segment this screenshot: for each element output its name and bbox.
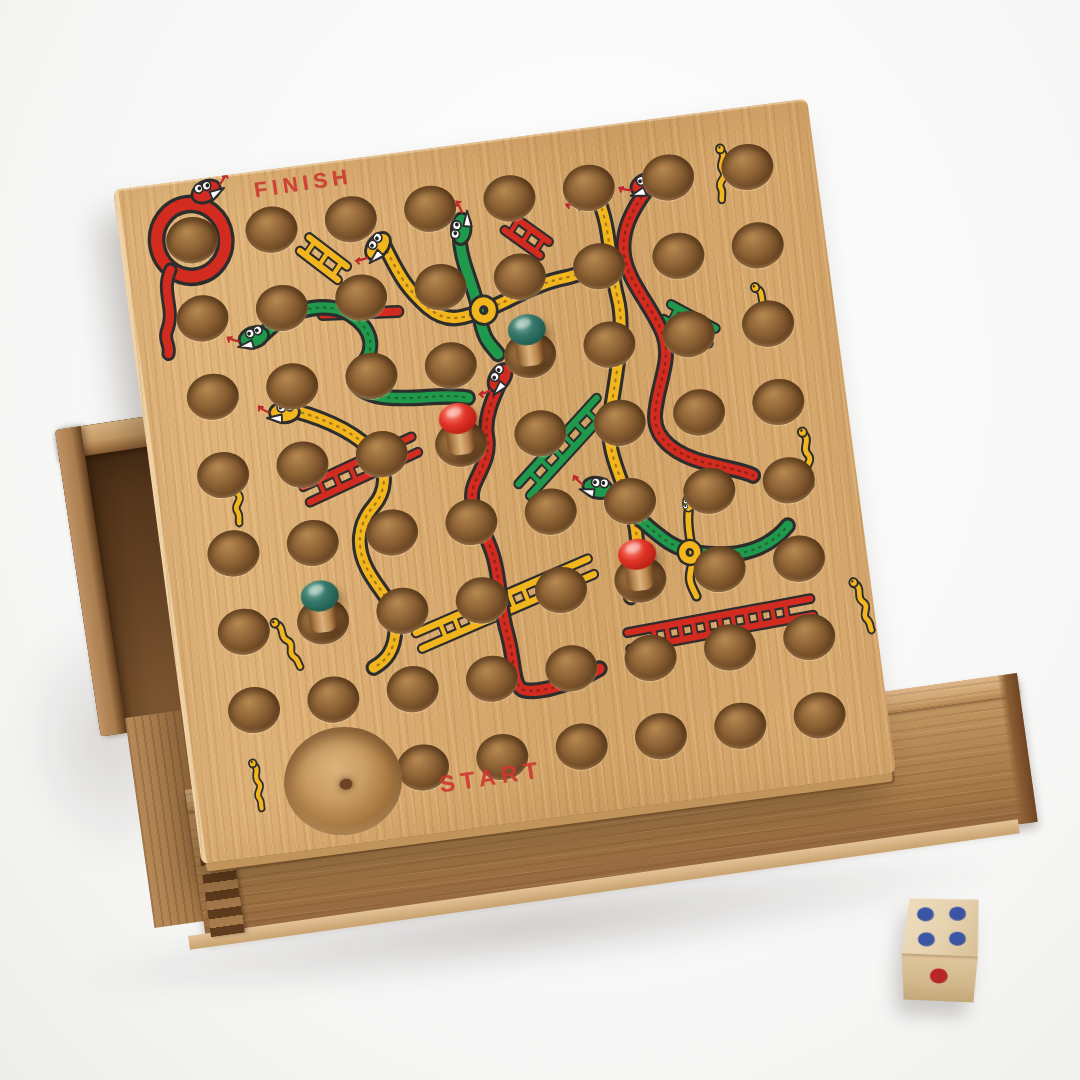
peg-hole-r5c5[interactable] (522, 485, 580, 537)
peg-hole-r1c6[interactable] (560, 162, 618, 214)
peg-hole-r1c2[interactable] (243, 203, 301, 255)
peg-hole-r2c1[interactable] (174, 292, 232, 344)
peg-hole-r1c3[interactable] (322, 193, 380, 245)
peg-hole-r2c4[interactable] (412, 261, 470, 313)
peg-hole-r3c4[interactable] (422, 339, 480, 391)
peg-hole-r4c1[interactable] (194, 449, 252, 501)
peg-hole-r2c8[interactable] (729, 219, 787, 271)
peg-hole-r5c7[interactable] (681, 465, 739, 517)
peg-hole-r4c7[interactable] (670, 386, 728, 438)
peg-hole-r3c2[interactable] (263, 360, 321, 412)
die-front-face (900, 953, 978, 1002)
peg-hole-r7c1[interactable] (225, 684, 283, 736)
start-dish[interactable] (278, 720, 409, 842)
peg-hole-r6c5[interactable] (532, 564, 590, 616)
peg-hole-r4c3[interactable] (353, 428, 411, 480)
peg-hole-r7c2[interactable] (305, 673, 363, 725)
peg-hole-r6c8[interactable] (770, 532, 828, 584)
peg-hole-r8c6[interactable] (632, 710, 690, 762)
peg-hole-r1c8[interactable] (719, 141, 777, 193)
green-peg-1[interactable] (505, 312, 552, 371)
peg-hole-r2c2[interactable] (253, 282, 311, 334)
die-top-face (902, 896, 980, 957)
red-peg-1[interactable] (436, 400, 483, 459)
die-pip (917, 932, 935, 947)
peg-hole-r3c7[interactable] (660, 308, 718, 360)
green-peg-2[interactable] (298, 578, 345, 637)
peg-hole-r3c1[interactable] (184, 371, 242, 423)
peg-holes (113, 99, 896, 865)
peg-hole-r6c7[interactable] (691, 543, 749, 595)
peg-hole-r5c6[interactable] (601, 475, 659, 527)
die[interactable] (900, 896, 980, 1002)
peg-hole-r5c3[interactable] (363, 506, 421, 558)
game-board: FINISH START (113, 99, 896, 865)
die-pip (949, 931, 967, 946)
peg-hole-r2c6[interactable] (570, 240, 628, 292)
peg-hole-r6c4[interactable] (453, 574, 511, 626)
peg-hole-r5c4[interactable] (443, 496, 501, 548)
die-pip (949, 906, 967, 921)
peg-hole-r4c8[interactable] (750, 376, 808, 428)
peg-hole-r2c7[interactable] (650, 230, 708, 282)
peg-hole-r3c8[interactable] (739, 297, 797, 349)
peg-hole-r3c3[interactable] (343, 350, 401, 402)
die-pip (917, 907, 935, 922)
peg-hole-r2c3[interactable] (332, 271, 390, 323)
peg-hole-r3c6[interactable] (581, 318, 639, 370)
peg-hole-r4c2[interactable] (274, 438, 332, 490)
peg-hole-r7c4[interactable] (463, 653, 521, 705)
finish-hole[interactable] (163, 214, 221, 266)
peg-hole-r7c6[interactable] (622, 632, 680, 684)
peg-hole-r5c1[interactable] (205, 527, 263, 579)
peg-hole-r8c5[interactable] (553, 720, 611, 772)
peg-hole-r4c5[interactable] (512, 407, 570, 459)
peg-hole-r7c5[interactable] (543, 642, 601, 694)
peg-hole-r1c7[interactable] (639, 151, 697, 203)
peg-hole-r7c3[interactable] (384, 663, 442, 715)
red-peg-2[interactable] (615, 536, 662, 595)
peg-hole-r8c8[interactable] (791, 689, 849, 741)
peg-hole-r5c2[interactable] (284, 517, 342, 569)
peg-hole-r5c8[interactable] (760, 454, 818, 506)
peg-hole-r8c7[interactable] (712, 700, 770, 752)
peg-hole-r2c5[interactable] (491, 250, 549, 302)
peg-hole-r4c6[interactable] (591, 397, 649, 449)
peg-hole-r7c8[interactable] (781, 611, 839, 663)
peg-hole-r7c7[interactable] (701, 621, 759, 673)
peg-hole-r1c4[interactable] (401, 183, 459, 235)
peg-hole-r6c3[interactable] (374, 585, 432, 637)
die-pip (930, 968, 949, 984)
peg-hole-r6c1[interactable] (215, 606, 273, 658)
peg-hole-r1c5[interactable] (481, 172, 539, 224)
scene: FINISH START (0, 0, 1080, 1080)
